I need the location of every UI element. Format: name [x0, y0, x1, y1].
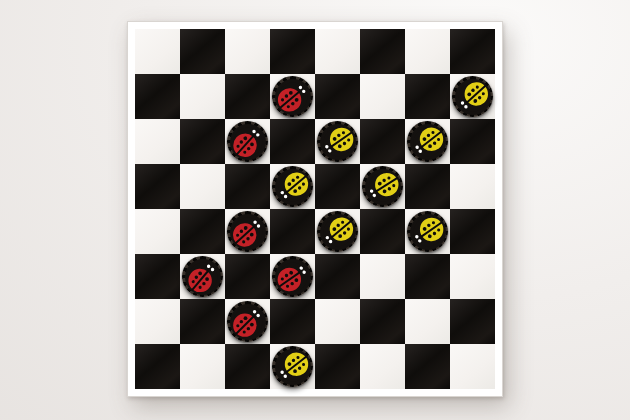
square-r3c2-dark[interactable]: [180, 119, 225, 164]
square-r1c3-light[interactable]: [225, 29, 270, 74]
red-ladybug-icon: [230, 304, 266, 340]
square-r1c8-dark[interactable]: [450, 29, 495, 74]
square-r4c3-dark[interactable]: [225, 164, 270, 209]
square-r4c8-light[interactable]: [450, 164, 495, 209]
square-r8c7-dark[interactable]: [405, 344, 450, 389]
checkers-board: [127, 21, 503, 397]
square-r3c1-light[interactable]: [135, 119, 180, 164]
square-r7c6-dark[interactable]: [360, 299, 405, 344]
red-ladybug-icon: [272, 256, 314, 298]
square-r4c4-light[interactable]: [270, 164, 315, 209]
square-r6c5-dark[interactable]: [315, 254, 360, 299]
square-r2c2-light[interactable]: [180, 74, 225, 119]
square-r5c4-dark[interactable]: [270, 209, 315, 254]
red-ladybug-icon: [183, 257, 222, 296]
red-ladybug-cap-r2[interactable]: [227, 121, 268, 162]
square-r7c2-dark[interactable]: [180, 299, 225, 344]
square-r1c5-light[interactable]: [315, 29, 360, 74]
red-ladybug-icon: [229, 123, 267, 161]
square-r4c1-dark[interactable]: [135, 164, 180, 209]
red-ladybug-cap-r4[interactable]: [182, 256, 223, 297]
square-r1c7-light[interactable]: [405, 29, 450, 74]
square-r2c7-dark[interactable]: [405, 74, 450, 119]
square-r8c2-light[interactable]: [180, 344, 225, 389]
yellow-ladybug-cap-y6[interactable]: [317, 121, 358, 162]
square-r7c8-dark[interactable]: [450, 299, 495, 344]
square-r6c7-dark[interactable]: [405, 254, 450, 299]
square-r1c1-light[interactable]: [135, 29, 180, 74]
square-r3c4-dark[interactable]: [270, 119, 315, 164]
yellow-ladybug-cap-y7[interactable]: [272, 166, 313, 207]
square-r1c2-dark[interactable]: [180, 29, 225, 74]
yellow-ladybug-cap-y1[interactable]: [452, 76, 493, 117]
yellow-ladybug-icon: [454, 78, 492, 116]
square-r4c2-light[interactable]: [180, 164, 225, 209]
red-ladybug-cap-r5[interactable]: [272, 256, 313, 297]
square-r3c6-dark[interactable]: [360, 119, 405, 164]
square-r5c5-light[interactable]: [315, 209, 360, 254]
table-surface: [0, 0, 630, 420]
square-r5c2-dark[interactable]: [180, 209, 225, 254]
square-r1c4-dark[interactable]: [270, 29, 315, 74]
square-r4c7-dark[interactable]: [405, 164, 450, 209]
square-r6c8-light[interactable]: [450, 254, 495, 299]
yellow-ladybug-cap-y3[interactable]: [362, 166, 403, 207]
square-r6c2-light[interactable]: [180, 254, 225, 299]
square-r5c1-light[interactable]: [135, 209, 180, 254]
yellow-ladybug-cap-y8[interactable]: [272, 346, 313, 387]
square-r3c8-dark[interactable]: [450, 119, 495, 164]
yellow-ladybug-cap-y2[interactable]: [407, 121, 448, 162]
yellow-ladybug-icon: [361, 165, 404, 208]
square-r6c4-light[interactable]: [270, 254, 315, 299]
square-r7c5-light[interactable]: [315, 299, 360, 344]
square-r5c3-light[interactable]: [225, 209, 270, 254]
square-r3c7-light[interactable]: [405, 119, 450, 164]
square-r7c7-light[interactable]: [405, 299, 450, 344]
yellow-ladybug-icon: [318, 212, 357, 251]
yellow-ladybug-icon: [317, 121, 359, 163]
board-grid: [135, 29, 495, 389]
red-ladybug-cap-r3[interactable]: [227, 211, 268, 252]
square-r8c5-dark[interactable]: [315, 344, 360, 389]
square-r2c1-dark[interactable]: [135, 74, 180, 119]
square-r5c7-light[interactable]: [405, 209, 450, 254]
red-ladybug-cap-r1[interactable]: [272, 76, 313, 117]
square-r2c4-light[interactable]: [270, 74, 315, 119]
square-r6c1-dark[interactable]: [135, 254, 180, 299]
square-r3c3-light[interactable]: [225, 119, 270, 164]
yellow-ladybug-icon: [272, 346, 312, 386]
square-r5c6-dark[interactable]: [360, 209, 405, 254]
square-r2c8-light[interactable]: [450, 74, 495, 119]
square-r8c1-dark[interactable]: [135, 344, 180, 389]
yellow-ladybug-icon: [407, 211, 449, 253]
yellow-ladybug-icon: [273, 167, 312, 206]
square-r3c5-light[interactable]: [315, 119, 360, 164]
yellow-ladybug-icon: [407, 121, 447, 161]
red-ladybug-icon: [229, 213, 267, 251]
square-r7c4-dark[interactable]: [270, 299, 315, 344]
square-r4c6-light[interactable]: [360, 164, 405, 209]
square-r4c5-dark[interactable]: [315, 164, 360, 209]
square-r8c8-light[interactable]: [450, 344, 495, 389]
square-r2c5-dark[interactable]: [315, 74, 360, 119]
yellow-ladybug-cap-y5[interactable]: [317, 211, 358, 252]
square-r7c3-light[interactable]: [225, 299, 270, 344]
red-ladybug-cap-r6[interactable]: [227, 301, 268, 342]
yellow-ladybug-cap-y4[interactable]: [407, 211, 448, 252]
square-r2c3-dark[interactable]: [225, 74, 270, 119]
square-r8c4-light[interactable]: [270, 344, 315, 389]
square-r7c1-light[interactable]: [135, 299, 180, 344]
square-r2c6-light[interactable]: [360, 74, 405, 119]
square-r1c6-dark[interactable]: [360, 29, 405, 74]
square-r8c6-light[interactable]: [360, 344, 405, 389]
square-r8c3-dark[interactable]: [225, 344, 270, 389]
red-ladybug-icon: [273, 77, 312, 116]
square-r6c3-dark[interactable]: [225, 254, 270, 299]
square-r6c6-light[interactable]: [360, 254, 405, 299]
square-r5c8-dark[interactable]: [450, 209, 495, 254]
